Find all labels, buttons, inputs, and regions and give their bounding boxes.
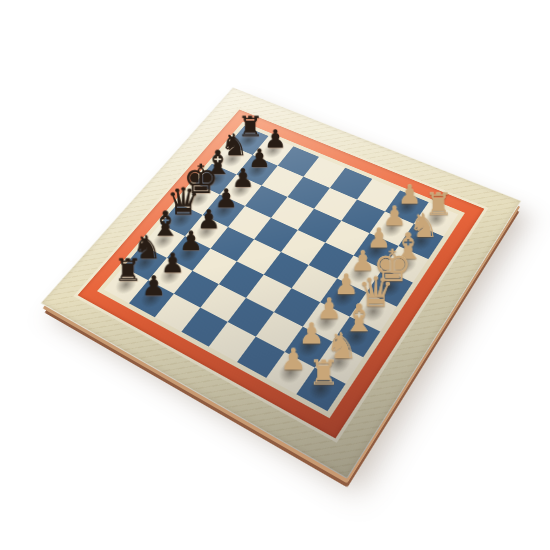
chess-set-photo: ♜♞♝♛♚♝♞♜♟♟♟♟♟♟♟♟♟♟♟♟♟♟♟♟♜♞♝♛♚♝♞♜ bbox=[0, 0, 550, 550]
chessboard: ♜♞♝♛♚♝♞♜♟♟♟♟♟♟♟♟♟♟♟♟♟♟♟♟♜♞♝♛♚♝♞♜ bbox=[40, 87, 521, 479]
piece-white-rook-a1[interactable]: ♜ bbox=[297, 356, 351, 391]
piece-black-pawn-a7[interactable]: ♟ bbox=[129, 272, 178, 299]
